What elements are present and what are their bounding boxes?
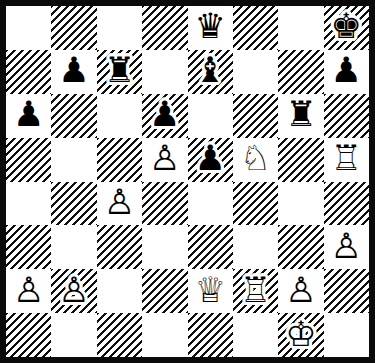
square-h8: ♚ (324, 6, 369, 50)
square-d4 (142, 182, 187, 226)
square-g5 (278, 138, 323, 182)
square-h2 (324, 269, 369, 313)
square-h3: ♙ (324, 225, 369, 269)
square-a1 (6, 313, 51, 357)
white-queen-piece: ♕ (194, 273, 225, 308)
square-h1 (324, 313, 369, 357)
square-b3 (51, 225, 96, 269)
square-f8 (233, 6, 278, 50)
white-pawn-piece: ♙ (58, 273, 89, 308)
square-f2: ♖ (233, 269, 278, 313)
square-d8 (142, 6, 187, 50)
square-c2 (97, 269, 142, 313)
square-e8: ♛ (188, 6, 233, 50)
square-c8 (97, 6, 142, 50)
white-king-piece: ♔ (285, 317, 316, 352)
board-frame: ♛♚♟♜♝♟♟♟♜♙♟♘♖♙♙♙♙♕♖♙♔ (0, 0, 375, 363)
square-f4 (233, 182, 278, 226)
square-a6: ♟ (6, 94, 51, 138)
square-h5: ♖ (324, 138, 369, 182)
square-b6 (51, 94, 96, 138)
square-f1 (233, 313, 278, 357)
square-d2 (142, 269, 187, 313)
square-f5: ♘ (233, 138, 278, 182)
white-pawn-piece: ♙ (13, 273, 44, 308)
square-e1 (188, 313, 233, 357)
black-pawn-piece: ♟ (13, 97, 44, 132)
square-f6 (233, 94, 278, 138)
square-g6: ♜ (278, 94, 323, 138)
square-d6: ♟ (142, 94, 187, 138)
black-queen-piece: ♛ (194, 9, 225, 44)
black-rook-piece: ♜ (104, 53, 135, 88)
square-b7: ♟ (51, 50, 96, 94)
square-g7 (278, 50, 323, 94)
square-b5 (51, 138, 96, 182)
square-g8 (278, 6, 323, 50)
square-h7: ♟ (324, 50, 369, 94)
square-e7: ♝ (188, 50, 233, 94)
square-a3 (6, 225, 51, 269)
chess-board: ♛♚♟♜♝♟♟♟♜♙♟♘♖♙♙♙♙♕♖♙♔ (6, 6, 369, 357)
square-a8 (6, 6, 51, 50)
white-pawn-piece: ♙ (149, 141, 180, 176)
square-d1 (142, 313, 187, 357)
white-rook-piece: ♖ (240, 273, 271, 308)
black-pawn-piece: ♟ (149, 97, 180, 132)
square-a5 (6, 138, 51, 182)
square-f3 (233, 225, 278, 269)
square-d7 (142, 50, 187, 94)
chess-diagram: ♛♚♟♜♝♟♟♟♜♙♟♘♖♙♙♙♙♕♖♙♔ (0, 0, 375, 363)
square-c5 (97, 138, 142, 182)
square-g4 (278, 182, 323, 226)
square-e4 (188, 182, 233, 226)
black-king-piece: ♚ (331, 9, 362, 44)
square-a2: ♙ (6, 269, 51, 313)
square-c6 (97, 94, 142, 138)
square-e6 (188, 94, 233, 138)
square-e2: ♕ (188, 269, 233, 313)
black-pawn-piece: ♟ (331, 53, 362, 88)
square-d5: ♙ (142, 138, 187, 182)
square-b1 (51, 313, 96, 357)
square-g2: ♙ (278, 269, 323, 313)
square-b8 (51, 6, 96, 50)
square-h4 (324, 182, 369, 226)
square-c4: ♙ (97, 182, 142, 226)
square-b2: ♙ (51, 269, 96, 313)
square-f7 (233, 50, 278, 94)
square-a4 (6, 182, 51, 226)
black-pawn-piece: ♟ (58, 53, 89, 88)
square-a7 (6, 50, 51, 94)
black-rook-piece: ♜ (285, 97, 316, 132)
square-c1 (97, 313, 142, 357)
square-d3 (142, 225, 187, 269)
white-pawn-piece: ♙ (331, 229, 362, 264)
square-e5: ♟ (188, 138, 233, 182)
white-knight-piece: ♘ (240, 141, 271, 176)
square-c3 (97, 225, 142, 269)
white-rook-piece: ♖ (331, 141, 362, 176)
white-pawn-piece: ♙ (104, 185, 135, 220)
square-c7: ♜ (97, 50, 142, 94)
square-e3 (188, 225, 233, 269)
square-g1: ♔ (278, 313, 323, 357)
white-pawn-piece: ♙ (285, 273, 316, 308)
black-bishop-piece: ♝ (194, 53, 225, 88)
square-h6 (324, 94, 369, 138)
square-g3 (278, 225, 323, 269)
square-b4 (51, 182, 96, 226)
black-pawn-piece: ♟ (194, 141, 225, 176)
